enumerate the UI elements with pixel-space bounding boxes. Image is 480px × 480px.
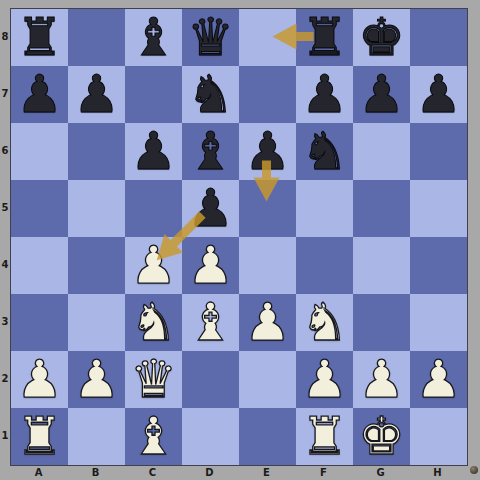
square-g6[interactable]: [353, 123, 410, 180]
square-f4[interactable]: [296, 237, 353, 294]
square-b8[interactable]: [68, 9, 125, 66]
rank-label-8: 8: [0, 8, 10, 65]
piece-white-pawn-d4[interactable]: ♟: [182, 237, 239, 294]
square-c2[interactable]: ♛: [125, 351, 182, 408]
piece-white-bishop-d3[interactable]: ♝: [182, 294, 239, 351]
square-f6[interactable]: ♞: [296, 123, 353, 180]
square-d3[interactable]: ♝: [182, 294, 239, 351]
piece-white-pawn-e3[interactable]: ♟: [239, 294, 296, 351]
piece-black-pawn-h7[interactable]: ♟: [410, 66, 467, 123]
square-c5[interactable]: [125, 180, 182, 237]
square-h5[interactable]: [410, 180, 467, 237]
piece-black-pawn-f7[interactable]: ♟: [296, 66, 353, 123]
piece-white-pawn-c4[interactable]: ♟: [125, 237, 182, 294]
square-h3[interactable]: [410, 294, 467, 351]
square-b6[interactable]: [68, 123, 125, 180]
piece-black-bishop-d6[interactable]: ♝: [182, 123, 239, 180]
piece-black-pawn-a7[interactable]: ♟: [11, 66, 68, 123]
square-d8[interactable]: ♛: [182, 9, 239, 66]
square-f3[interactable]: ♞: [296, 294, 353, 351]
square-c3[interactable]: ♞: [125, 294, 182, 351]
square-a2[interactable]: ♟: [11, 351, 68, 408]
corner-dot-icon: [470, 466, 478, 474]
rank-label-6: 6: [0, 122, 10, 179]
piece-black-rook-a8[interactable]: ♜: [11, 9, 68, 66]
square-f2[interactable]: ♟: [296, 351, 353, 408]
piece-white-knight-c3[interactable]: ♞: [125, 294, 182, 351]
file-label-d: D: [181, 464, 238, 480]
square-c6[interactable]: ♟: [125, 123, 182, 180]
square-h1[interactable]: [410, 408, 467, 465]
square-b2[interactable]: ♟: [68, 351, 125, 408]
square-f1[interactable]: ♜: [296, 408, 353, 465]
square-g1[interactable]: ♚: [353, 408, 410, 465]
square-a5[interactable]: [11, 180, 68, 237]
square-a8[interactable]: ♜: [11, 9, 68, 66]
square-e7[interactable]: [239, 66, 296, 123]
square-d6[interactable]: ♝: [182, 123, 239, 180]
square-c8[interactable]: ♝: [125, 9, 182, 66]
file-label-e: E: [238, 464, 295, 480]
piece-white-bishop-c1[interactable]: ♝: [125, 408, 182, 465]
piece-black-king-g8[interactable]: ♚: [353, 9, 410, 66]
piece-black-pawn-d5[interactable]: ♟: [182, 180, 239, 237]
piece-white-rook-a1[interactable]: ♜: [11, 408, 68, 465]
square-f5[interactable]: [296, 180, 353, 237]
square-a1[interactable]: ♜: [11, 408, 68, 465]
piece-white-pawn-h2[interactable]: ♟: [410, 351, 467, 408]
rank-label-7: 7: [0, 65, 10, 122]
piece-black-pawn-e6[interactable]: ♟: [239, 123, 296, 180]
square-b5[interactable]: [68, 180, 125, 237]
square-d1[interactable]: [182, 408, 239, 465]
square-e6[interactable]: ♟: [239, 123, 296, 180]
file-label-c: C: [124, 464, 181, 480]
square-f7[interactable]: ♟: [296, 66, 353, 123]
square-b4[interactable]: [68, 237, 125, 294]
square-d5[interactable]: ♟: [182, 180, 239, 237]
rank-label-3: 3: [0, 293, 10, 350]
square-g5[interactable]: [353, 180, 410, 237]
square-d2[interactable]: [182, 351, 239, 408]
rank-label-1: 1: [0, 407, 10, 464]
square-g4[interactable]: [353, 237, 410, 294]
file-label-g: G: [352, 464, 409, 480]
square-c7[interactable]: [125, 66, 182, 123]
square-h7[interactable]: ♟: [410, 66, 467, 123]
file-label-h: H: [409, 464, 466, 480]
piece-black-knight-f6[interactable]: ♞: [296, 123, 353, 180]
piece-black-pawn-g7[interactable]: ♟: [353, 66, 410, 123]
square-e5[interactable]: [239, 180, 296, 237]
square-e1[interactable]: [239, 408, 296, 465]
piece-black-pawn-c6[interactable]: ♟: [125, 123, 182, 180]
square-h8[interactable]: [410, 9, 467, 66]
square-g7[interactable]: ♟: [353, 66, 410, 123]
piece-white-king-g1[interactable]: ♚: [353, 408, 410, 465]
chess-board-frame: ♜♝♛♜♚♟♟♞♟♟♟♟♝♟♞♟♟♟♞♝♟♞♟♟♛♟♟♟♜♝♜♚ 8765432…: [0, 0, 480, 480]
square-d7[interactable]: ♞: [182, 66, 239, 123]
square-e8[interactable]: [239, 9, 296, 66]
piece-white-knight-f3[interactable]: ♞: [296, 294, 353, 351]
square-a6[interactable]: [11, 123, 68, 180]
file-label-b: B: [67, 464, 124, 480]
rank-label-4: 4: [0, 236, 10, 293]
piece-white-pawn-g2[interactable]: ♟: [353, 351, 410, 408]
square-b3[interactable]: [68, 294, 125, 351]
square-e4[interactable]: [239, 237, 296, 294]
board[interactable]: ♜♝♛♜♚♟♟♞♟♟♟♟♝♟♞♟♟♟♞♝♟♞♟♟♛♟♟♟♜♝♜♚: [10, 8, 468, 466]
piece-black-pawn-b7[interactable]: ♟: [68, 66, 125, 123]
square-b1[interactable]: [68, 408, 125, 465]
square-a4[interactable]: [11, 237, 68, 294]
piece-black-bishop-c8[interactable]: ♝: [125, 9, 182, 66]
piece-white-queen-c2[interactable]: ♛: [125, 351, 182, 408]
piece-white-pawn-b2[interactable]: ♟: [68, 351, 125, 408]
square-g8[interactable]: ♚: [353, 9, 410, 66]
piece-black-knight-d7[interactable]: ♞: [182, 66, 239, 123]
square-c4[interactable]: ♟: [125, 237, 182, 294]
square-f8[interactable]: ♜: [296, 9, 353, 66]
piece-white-pawn-a2[interactable]: ♟: [11, 351, 68, 408]
square-a7[interactable]: ♟: [11, 66, 68, 123]
square-g2[interactable]: ♟: [353, 351, 410, 408]
square-b7[interactable]: ♟: [68, 66, 125, 123]
piece-white-rook-f1[interactable]: ♜: [296, 408, 353, 465]
file-label-f: F: [295, 464, 352, 480]
square-e3[interactable]: ♟: [239, 294, 296, 351]
piece-black-queen-d8[interactable]: ♛: [182, 9, 239, 66]
piece-white-pawn-f2[interactable]: ♟: [296, 351, 353, 408]
square-h2[interactable]: ♟: [410, 351, 467, 408]
square-d4[interactable]: ♟: [182, 237, 239, 294]
rank-label-2: 2: [0, 350, 10, 407]
square-g3[interactable]: [353, 294, 410, 351]
rank-label-5: 5: [0, 179, 10, 236]
square-a3[interactable]: [11, 294, 68, 351]
square-c1[interactable]: ♝: [125, 408, 182, 465]
square-h4[interactable]: [410, 237, 467, 294]
file-label-a: A: [10, 464, 67, 480]
square-e2[interactable]: [239, 351, 296, 408]
square-h6[interactable]: [410, 123, 467, 180]
piece-black-rook-f8[interactable]: ♜: [296, 9, 353, 66]
